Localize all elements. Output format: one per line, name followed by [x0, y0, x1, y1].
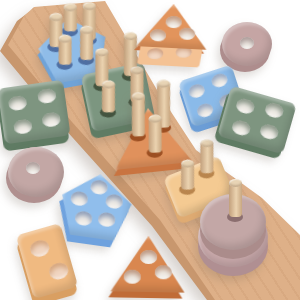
peg-cap: [101, 80, 114, 88]
peg-body: [200, 143, 213, 173]
peg-cap: [131, 92, 144, 100]
loose-triangle-orange-top: [135, 2, 208, 70]
peg-cap: [49, 13, 62, 21]
peg-cap: [63, 3, 76, 11]
loose-square-green-left-top-face: [0, 80, 71, 145]
peg-cap: [123, 32, 136, 40]
hole: [123, 270, 140, 284]
peg-cap: [80, 26, 93, 34]
peg-cap: [229, 179, 242, 187]
hole: [26, 162, 40, 174]
loose-pentagon-blue-bottom: [57, 169, 135, 242]
loose-circle-mauve-left: [8, 147, 64, 197]
board-triangle-orange: [109, 104, 193, 170]
peg-cap: [181, 160, 194, 168]
hole: [146, 48, 164, 60]
peg-cap: [148, 115, 161, 123]
loose-triangle-orange-bottom: [111, 235, 186, 292]
peg-body: [101, 84, 114, 112]
peg-cap: [82, 2, 95, 10]
loose-circle-mauve-topright: [222, 22, 272, 66]
peg-cap: [200, 139, 213, 147]
loose-square-green-left: [0, 80, 71, 145]
peg-cap: [130, 66, 143, 74]
hole: [154, 265, 171, 279]
peg-body: [229, 183, 242, 217]
hole: [140, 250, 157, 264]
peg-cap: [95, 48, 108, 56]
board-circle-mauve: [198, 193, 268, 257]
peg-cap: [157, 80, 170, 88]
peg-body: [148, 119, 161, 153]
peg-body: [131, 96, 144, 136]
hole: [240, 37, 254, 49]
peg-cap: [58, 35, 71, 43]
peg-body: [80, 30, 93, 60]
product-photo: [0, 0, 300, 300]
